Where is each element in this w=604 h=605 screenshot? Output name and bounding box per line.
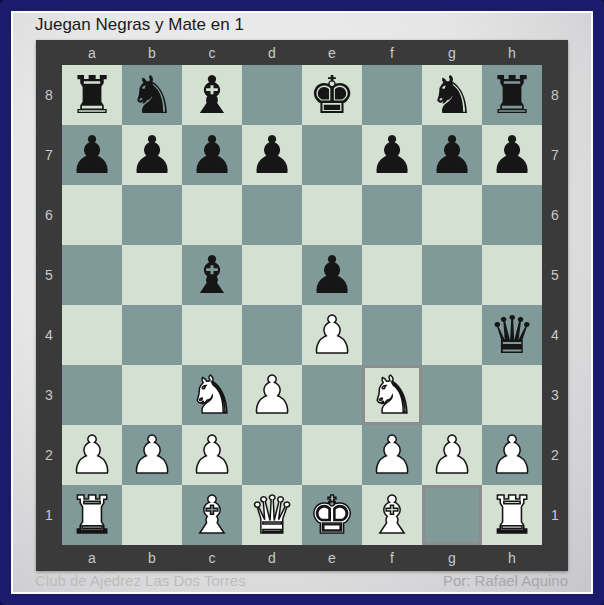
square-f1[interactable]: ♝ <box>362 485 422 545</box>
square-g7[interactable]: ♟ <box>422 125 482 185</box>
rank-label-7-left: 7 <box>36 125 62 185</box>
square-b7[interactable]: ♟ <box>122 125 182 185</box>
piece-white-bishop[interactable]: ♝ <box>189 489 236 541</box>
square-h7[interactable]: ♟ <box>482 125 542 185</box>
file-label-a-top: a <box>62 40 122 65</box>
frame-corner <box>36 40 62 65</box>
credit-club: Club de Ajedrez Las Dos Torres <box>35 572 246 589</box>
square-g1[interactable] <box>422 485 482 545</box>
square-h5[interactable] <box>482 245 542 305</box>
square-e7[interactable] <box>302 125 362 185</box>
square-d5[interactable] <box>242 245 302 305</box>
rank-label-1-right: 1 <box>542 485 568 545</box>
file-label-a-bottom: a <box>62 545 122 571</box>
square-d2[interactable] <box>242 425 302 485</box>
square-e6[interactable] <box>302 185 362 245</box>
piece-white-knight[interactable]: ♞ <box>369 369 416 421</box>
square-b4[interactable] <box>122 305 182 365</box>
square-e8[interactable]: ♚ <box>302 65 362 125</box>
square-g8[interactable]: ♞ <box>422 65 482 125</box>
square-a4[interactable] <box>62 305 122 365</box>
puzzle-title: Juegan Negras y Mate en 1 <box>35 15 244 35</box>
square-c7[interactable]: ♟ <box>182 125 242 185</box>
piece-black-pawn[interactable]: ♟ <box>69 129 116 181</box>
rank-label-3-left: 3 <box>36 365 62 425</box>
piece-black-bishop[interactable]: ♝ <box>189 249 236 301</box>
square-c4[interactable] <box>182 305 242 365</box>
rank-label-6-right: 6 <box>542 185 568 245</box>
piece-white-pawn[interactable]: ♟ <box>189 429 236 481</box>
square-a7[interactable]: ♟ <box>62 125 122 185</box>
piece-white-pawn[interactable]: ♟ <box>489 429 536 481</box>
piece-white-pawn[interactable]: ♟ <box>309 309 356 361</box>
file-label-b-top: b <box>122 40 182 65</box>
piece-black-pawn[interactable]: ♟ <box>489 129 536 181</box>
rank-label-1-left: 1 <box>36 485 62 545</box>
square-f5[interactable] <box>362 245 422 305</box>
piece-black-bishop[interactable]: ♝ <box>189 69 236 121</box>
piece-white-king[interactable]: ♚ <box>309 489 356 541</box>
square-c3[interactable]: ♞ <box>182 365 242 425</box>
square-g5[interactable] <box>422 245 482 305</box>
rank-label-3-right: 3 <box>542 365 568 425</box>
rank-label-4-right: 4 <box>542 305 568 365</box>
piece-white-queen[interactable]: ♛ <box>249 489 296 541</box>
piece-white-knight[interactable]: ♞ <box>189 369 236 421</box>
square-b3[interactable] <box>122 365 182 425</box>
square-g4[interactable] <box>422 305 482 365</box>
square-a5[interactable] <box>62 245 122 305</box>
file-label-f-top: f <box>362 40 422 65</box>
rank-label-5-left: 5 <box>36 245 62 305</box>
frame-corner <box>542 545 568 571</box>
piece-white-pawn[interactable]: ♟ <box>69 429 116 481</box>
rank-label-8-right: 8 <box>542 65 568 125</box>
file-label-c-top: c <box>182 40 242 65</box>
square-f4[interactable] <box>362 305 422 365</box>
piece-white-rook[interactable]: ♜ <box>489 489 536 541</box>
square-g6[interactable] <box>422 185 482 245</box>
square-a6[interactable] <box>62 185 122 245</box>
square-d6[interactable] <box>242 185 302 245</box>
square-c6[interactable] <box>182 185 242 245</box>
square-d3[interactable]: ♟ <box>242 365 302 425</box>
square-a1[interactable]: ♜ <box>62 485 122 545</box>
square-f8[interactable] <box>362 65 422 125</box>
square-d4[interactable] <box>242 305 302 365</box>
piece-black-pawn[interactable]: ♟ <box>189 129 236 181</box>
rank-label-7-right: 7 <box>542 125 568 185</box>
square-f2[interactable]: ♟ <box>362 425 422 485</box>
square-h6[interactable] <box>482 185 542 245</box>
square-c8[interactable]: ♝ <box>182 65 242 125</box>
piece-white-rook[interactable]: ♜ <box>69 489 116 541</box>
chess-board: abcdefgh8♜♞♝♚♞♜87♟♟♟♟♟♟♟7665♝♟54♟♛43♞♟♞3… <box>36 40 568 571</box>
piece-black-knight[interactable]: ♞ <box>429 69 476 121</box>
file-label-h-top: h <box>482 40 542 65</box>
square-c5[interactable]: ♝ <box>182 245 242 305</box>
rank-label-2-right: 2 <box>542 425 568 485</box>
file-label-e-bottom: e <box>302 545 362 571</box>
file-label-g-bottom: g <box>422 545 482 571</box>
rank-label-8-left: 8 <box>36 65 62 125</box>
square-e2[interactable] <box>302 425 362 485</box>
file-label-f-bottom: f <box>362 545 422 571</box>
square-b1[interactable] <box>122 485 182 545</box>
piece-white-pawn[interactable]: ♟ <box>369 429 416 481</box>
piece-black-knight[interactable]: ♞ <box>129 69 176 121</box>
square-e4[interactable]: ♟ <box>302 305 362 365</box>
square-f6[interactable] <box>362 185 422 245</box>
piece-black-pawn[interactable]: ♟ <box>429 129 476 181</box>
file-label-g-top: g <box>422 40 482 65</box>
screenshot-frame: Juegan Negras y Mate en 1 abcdefgh8♜♞♝♚♞… <box>0 0 604 605</box>
square-h8[interactable]: ♜ <box>482 65 542 125</box>
square-a3[interactable] <box>62 365 122 425</box>
rank-label-5-right: 5 <box>542 245 568 305</box>
piece-black-pawn[interactable]: ♟ <box>249 129 296 181</box>
piece-black-pawn[interactable]: ♟ <box>369 129 416 181</box>
file-label-e-top: e <box>302 40 362 65</box>
square-h2[interactable]: ♟ <box>482 425 542 485</box>
piece-white-pawn[interactable]: ♟ <box>129 429 176 481</box>
square-b5[interactable] <box>122 245 182 305</box>
piece-black-rook[interactable]: ♜ <box>489 69 536 121</box>
file-label-c-bottom: c <box>182 545 242 571</box>
file-label-d-top: d <box>242 40 302 65</box>
square-b8[interactable]: ♞ <box>122 65 182 125</box>
square-d1[interactable]: ♛ <box>242 485 302 545</box>
piece-black-pawn[interactable]: ♟ <box>129 129 176 181</box>
file-label-d-bottom: d <box>242 545 302 571</box>
frame-corner <box>542 40 568 65</box>
square-b2[interactable]: ♟ <box>122 425 182 485</box>
square-d7[interactable]: ♟ <box>242 125 302 185</box>
piece-white-pawn[interactable]: ♟ <box>429 429 476 481</box>
piece-black-king[interactable]: ♚ <box>309 69 356 121</box>
square-d8[interactable] <box>242 65 302 125</box>
file-label-h-bottom: h <box>482 545 542 571</box>
square-b6[interactable] <box>122 185 182 245</box>
square-h3[interactable] <box>482 365 542 425</box>
square-f7[interactable]: ♟ <box>362 125 422 185</box>
square-a2[interactable]: ♟ <box>62 425 122 485</box>
piece-black-rook[interactable]: ♜ <box>69 69 116 121</box>
square-h4[interactable]: ♛ <box>482 305 542 365</box>
square-e3[interactable] <box>302 365 362 425</box>
rank-label-4-left: 4 <box>36 305 62 365</box>
square-g3[interactable] <box>422 365 482 425</box>
square-e5[interactable]: ♟ <box>302 245 362 305</box>
square-a8[interactable]: ♜ <box>62 65 122 125</box>
square-f3[interactable]: ♞ <box>362 365 422 425</box>
piece-black-queen[interactable]: ♛ <box>489 309 536 361</box>
square-h1[interactable]: ♜ <box>482 485 542 545</box>
rank-label-2-left: 2 <box>36 425 62 485</box>
footer: Club de Ajedrez Las Dos Torres Por: Rafa… <box>35 572 568 589</box>
frame-corner <box>36 545 62 571</box>
square-c2[interactable]: ♟ <box>182 425 242 485</box>
square-e1[interactable]: ♚ <box>302 485 362 545</box>
square-g2[interactable]: ♟ <box>422 425 482 485</box>
rank-label-6-left: 6 <box>36 185 62 245</box>
piece-black-pawn[interactable]: ♟ <box>309 249 356 301</box>
piece-white-bishop[interactable]: ♝ <box>369 489 416 541</box>
file-label-b-bottom: b <box>122 545 182 571</box>
square-c1[interactable]: ♝ <box>182 485 242 545</box>
piece-white-pawn[interactable]: ♟ <box>249 369 296 421</box>
credit-author: Por: Rafael Aquino <box>443 572 568 589</box>
content-panel: Juegan Negras y Mate en 1 abcdefgh8♜♞♝♚♞… <box>11 11 593 594</box>
